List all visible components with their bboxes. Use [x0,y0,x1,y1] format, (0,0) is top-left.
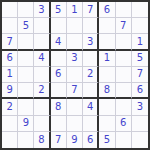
sudoku-cell-r9c8[interactable] [116,132,132,148]
sudoku-cell-r9c9[interactable] [132,132,148,148]
sudoku-cell-r3c9[interactable]: 1 [132,34,148,50]
sudoku-cell-r9c4[interactable]: 7 [51,132,67,148]
sudoku-cell-r6c7[interactable]: 8 [99,83,115,99]
sudoku-cell-r8c6[interactable] [83,116,99,132]
sudoku-cell-r7c3[interactable] [34,99,50,115]
sudoku-cell-r6c1[interactable]: 9 [2,83,18,99]
sudoku-cell-r4c3[interactable]: 4 [34,51,50,67]
sudoku-cell-r4c9[interactable]: 5 [132,51,148,67]
sudoku-cell-r9c7[interactable]: 5 [99,132,115,148]
sudoku-cell-r8c2[interactable]: 9 [18,116,34,132]
sudoku-cell-r2c6[interactable] [83,18,99,34]
sudoku-cell-r6c3[interactable]: 2 [34,83,50,99]
sudoku-cell-r7c9[interactable]: 3 [132,99,148,115]
sudoku-cell-r7c5[interactable] [67,99,83,115]
sudoku-cell-r1c9[interactable] [132,2,148,18]
sudoku-cell-r8c7[interactable] [99,116,115,132]
sudoku-cell-r5c5[interactable] [67,67,83,83]
sudoku-cell-r7c8[interactable] [116,99,132,115]
sudoku-cell-r3c6[interactable]: 3 [83,34,99,50]
sudoku-cell-r5c4[interactable]: 6 [51,67,67,83]
sudoku-cell-r8c1[interactable] [2,116,18,132]
sudoku-cell-r1c6[interactable]: 7 [83,2,99,18]
sudoku-cell-r2c9[interactable] [132,18,148,34]
sudoku-cell-r4c1[interactable]: 6 [2,51,18,67]
sudoku-cell-r8c4[interactable] [51,116,67,132]
sudoku-cell-r1c1[interactable] [2,2,18,18]
sudoku-cell-r4c7[interactable]: 1 [99,51,115,67]
sudoku-cell-r6c5[interactable]: 7 [67,83,83,99]
sudoku-cell-r2c8[interactable]: 7 [116,18,132,34]
sudoku-cell-r2c3[interactable] [34,18,50,34]
sudoku-cell-r1c2[interactable] [18,2,34,18]
sudoku-cell-r5c8[interactable] [116,67,132,83]
sudoku-cell-r8c3[interactable] [34,116,50,132]
sudoku-cell-r6c2[interactable] [18,83,34,99]
sudoku-cell-r3c1[interactable]: 7 [2,34,18,50]
sudoku-cell-r4c6[interactable] [83,51,99,67]
sudoku-cell-r6c8[interactable] [116,83,132,99]
sudoku-cell-r2c7[interactable] [99,18,115,34]
sudoku-cell-r1c5[interactable]: 1 [67,2,83,18]
sudoku-cell-r7c1[interactable]: 2 [2,99,18,115]
sudoku-cell-r6c9[interactable]: 6 [132,83,148,99]
sudoku-cell-r2c2[interactable]: 5 [18,18,34,34]
sudoku-cell-r5c6[interactable]: 2 [83,67,99,83]
sudoku-cell-r7c6[interactable]: 4 [83,99,99,115]
sudoku-cell-r9c1[interactable] [2,132,18,148]
sudoku-cell-r3c5[interactable] [67,34,83,50]
sudoku-cell-r6c6[interactable] [83,83,99,99]
sudoku-cell-r8c9[interactable] [132,116,148,132]
sudoku-cell-r9c5[interactable]: 9 [67,132,83,148]
sudoku-cell-r7c7[interactable] [99,99,115,115]
sudoku-cell-r3c7[interactable] [99,34,115,50]
sudoku-cell-r1c8[interactable] [116,2,132,18]
sudoku-cell-r6c4[interactable] [51,83,67,99]
sudoku-board: 351765774316431516279278628439687965 [0,0,150,150]
sudoku-cell-r2c5[interactable] [67,18,83,34]
sudoku-cell-r3c3[interactable] [34,34,50,50]
sudoku-cell-r5c3[interactable] [34,67,50,83]
sudoku-cell-r4c4[interactable] [51,51,67,67]
sudoku-cell-r7c2[interactable] [18,99,34,115]
sudoku-cell-r3c4[interactable]: 4 [51,34,67,50]
sudoku-cell-r4c5[interactable]: 3 [67,51,83,67]
sudoku-cell-r8c5[interactable] [67,116,83,132]
sudoku-cell-r3c8[interactable] [116,34,132,50]
sudoku-cell-r1c3[interactable]: 3 [34,2,50,18]
sudoku-cell-r8c8[interactable]: 6 [116,116,132,132]
sudoku-cell-r5c1[interactable]: 1 [2,67,18,83]
sudoku-cell-r3c2[interactable] [18,34,34,50]
sudoku-cell-r5c9[interactable]: 7 [132,67,148,83]
sudoku-cell-r4c2[interactable] [18,51,34,67]
sudoku-cell-r1c4[interactable]: 5 [51,2,67,18]
sudoku-cell-r2c4[interactable] [51,18,67,34]
sudoku-cell-r4c8[interactable] [116,51,132,67]
sudoku-cell-r9c6[interactable]: 6 [83,132,99,148]
sudoku-cell-r2c1[interactable] [2,18,18,34]
sudoku-cell-r9c3[interactable]: 8 [34,132,50,148]
sudoku-cell-r1c7[interactable]: 6 [99,2,115,18]
sudoku-cell-r5c7[interactable] [99,67,115,83]
sudoku-cell-r9c2[interactable] [18,132,34,148]
sudoku-app: 351765774316431516279278628439687965 [0,0,150,150]
sudoku-cell-r5c2[interactable] [18,67,34,83]
sudoku-cell-r7c4[interactable]: 8 [51,99,67,115]
